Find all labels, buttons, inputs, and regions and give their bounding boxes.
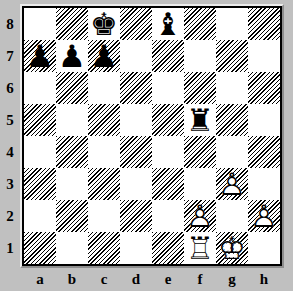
- rank-label-1: 1: [0, 232, 20, 264]
- rank-label-6: 6: [0, 72, 20, 104]
- square-e6[interactable]: [152, 72, 184, 104]
- square-c2[interactable]: [88, 200, 120, 232]
- square-h5[interactable]: [248, 104, 280, 136]
- square-g1[interactable]: ♚♔: [216, 232, 248, 264]
- square-f4[interactable]: [184, 136, 216, 168]
- square-a6[interactable]: [24, 72, 56, 104]
- square-h3[interactable]: [248, 168, 280, 200]
- piece-black-rook[interactable]: ♜: [184, 104, 216, 136]
- piece-black-pawn[interactable]: ♟: [24, 40, 56, 72]
- square-d3[interactable]: [120, 168, 152, 200]
- square-d4[interactable]: [120, 136, 152, 168]
- square-d6[interactable]: [120, 72, 152, 104]
- square-e4[interactable]: [152, 136, 184, 168]
- square-b5[interactable]: [56, 104, 88, 136]
- square-h1[interactable]: [248, 232, 280, 264]
- square-h7[interactable]: [248, 40, 280, 72]
- square-d2[interactable]: [120, 200, 152, 232]
- file-label-f: f: [184, 269, 216, 289]
- square-b8[interactable]: [56, 8, 88, 40]
- rank-label-7: 7: [0, 40, 20, 72]
- square-e2[interactable]: [152, 200, 184, 232]
- square-a5[interactable]: [24, 104, 56, 136]
- square-b2[interactable]: [56, 200, 88, 232]
- square-h8[interactable]: [248, 8, 280, 40]
- piece-black-pawn[interactable]: ♟: [56, 40, 88, 72]
- square-d7[interactable]: [120, 40, 152, 72]
- square-a1[interactable]: [24, 232, 56, 264]
- square-g6[interactable]: [216, 72, 248, 104]
- file-label-b: b: [56, 269, 88, 289]
- square-a3[interactable]: [24, 168, 56, 200]
- square-f1[interactable]: ♜♖: [184, 232, 216, 264]
- square-d8[interactable]: [120, 8, 152, 40]
- piece-black-pawn[interactable]: ♟: [88, 40, 120, 72]
- file-label-e: e: [152, 269, 184, 289]
- square-a2[interactable]: [24, 200, 56, 232]
- square-d1[interactable]: [120, 232, 152, 264]
- rank-label-4: 4: [0, 136, 20, 168]
- square-g5[interactable]: [216, 104, 248, 136]
- piece-white-pawn[interactable]: ♙: [216, 168, 248, 200]
- square-e7[interactable]: [152, 40, 184, 72]
- square-f5[interactable]: ♜: [184, 104, 216, 136]
- square-b1[interactable]: [56, 232, 88, 264]
- file-label-h: h: [248, 269, 280, 289]
- square-f2[interactable]: ♟♙: [184, 200, 216, 232]
- square-a4[interactable]: [24, 136, 56, 168]
- piece-white-pawn[interactable]: ♙: [184, 200, 216, 232]
- square-h4[interactable]: [248, 136, 280, 168]
- square-f6[interactable]: [184, 72, 216, 104]
- file-label-c: c: [88, 269, 120, 289]
- square-h6[interactable]: [248, 72, 280, 104]
- file-label-g: g: [216, 269, 248, 289]
- square-f3[interactable]: [184, 168, 216, 200]
- square-e1[interactable]: [152, 232, 184, 264]
- rank-label-2: 2: [0, 200, 20, 232]
- square-g2[interactable]: [216, 200, 248, 232]
- chess-board: ♚♝♟♟♟♜♟♙♟♙♟♙♜♖♚♔: [24, 8, 280, 264]
- square-h2[interactable]: ♟♙: [248, 200, 280, 232]
- square-d5[interactable]: [120, 104, 152, 136]
- square-c3[interactable]: [88, 168, 120, 200]
- square-b7[interactable]: ♟: [56, 40, 88, 72]
- square-a8[interactable]: [24, 8, 56, 40]
- file-label-d: d: [120, 269, 152, 289]
- piece-white-pawn[interactable]: ♙: [248, 200, 280, 232]
- chess-diagram: { "game": "chess", "position": "2k1b3/pp…: [0, 0, 293, 291]
- rank-label-5: 5: [0, 104, 20, 136]
- rank-label-8: 8: [0, 8, 20, 40]
- square-g7[interactable]: [216, 40, 248, 72]
- piece-white-rook[interactable]: ♖: [184, 232, 216, 264]
- square-g8[interactable]: [216, 8, 248, 40]
- square-c5[interactable]: [88, 104, 120, 136]
- file-labels: abcdefgh: [24, 269, 280, 289]
- piece-black-bishop[interactable]: ♝: [152, 8, 184, 40]
- square-c6[interactable]: [88, 72, 120, 104]
- square-e3[interactable]: [152, 168, 184, 200]
- square-a7[interactable]: ♟: [24, 40, 56, 72]
- square-e8[interactable]: ♝: [152, 8, 184, 40]
- square-g3[interactable]: ♟♙: [216, 168, 248, 200]
- square-c7[interactable]: ♟: [88, 40, 120, 72]
- piece-black-king[interactable]: ♚: [88, 8, 120, 40]
- square-b4[interactable]: [56, 136, 88, 168]
- board-frame: ♚♝♟♟♟♜♟♙♟♙♟♙♜♖♚♔: [20, 4, 284, 268]
- board-border: ♚♝♟♟♟♜♟♙♟♙♟♙♜♖♚♔: [22, 6, 282, 266]
- square-b3[interactable]: [56, 168, 88, 200]
- square-c1[interactable]: [88, 232, 120, 264]
- rank-labels: 87654321: [0, 8, 20, 264]
- square-c4[interactable]: [88, 136, 120, 168]
- square-g4[interactable]: [216, 136, 248, 168]
- rank-label-3: 3: [0, 168, 20, 200]
- square-f7[interactable]: [184, 40, 216, 72]
- square-f8[interactable]: [184, 8, 216, 40]
- square-c8[interactable]: ♚: [88, 8, 120, 40]
- file-label-a: a: [24, 269, 56, 289]
- square-b6[interactable]: [56, 72, 88, 104]
- square-e5[interactable]: [152, 104, 184, 136]
- piece-white-king[interactable]: ♔: [216, 232, 248, 264]
